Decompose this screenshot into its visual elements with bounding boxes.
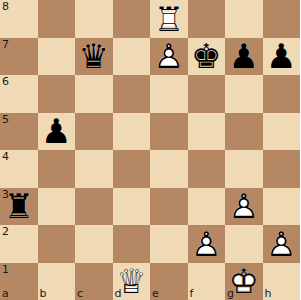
piece-body-layer: ♚ xyxy=(191,39,221,73)
square-a2[interactable]: 2 xyxy=(0,225,38,263)
square-e2[interactable] xyxy=(150,225,188,263)
square-h7[interactable]: ♙♟ xyxy=(263,38,301,76)
black-pawn-g7[interactable]: ♙♟ xyxy=(225,38,263,76)
rank-label-4: 4 xyxy=(2,151,9,162)
file-label-a: a xyxy=(2,288,9,299)
square-e4[interactable] xyxy=(150,150,188,188)
chess-board: 8♜♖7♕♛♟♙♔♚♙♟♙♟65♙♟43♖♜♟♙2♟♙♟♙1abcd♛♕efg♚… xyxy=(0,0,300,300)
square-e3[interactable] xyxy=(150,188,188,226)
piece-body-layer: ♙ xyxy=(229,189,259,223)
square-h2[interactable]: ♟♙ xyxy=(263,225,301,263)
square-c4[interactable] xyxy=(75,150,113,188)
black-pawn-b5[interactable]: ♙♟ xyxy=(38,113,76,151)
square-d1[interactable]: d♛♕ xyxy=(113,263,151,300)
square-f6[interactable] xyxy=(188,75,226,113)
white-rook-e8[interactable]: ♜♖ xyxy=(150,0,188,38)
rank-label-7: 7 xyxy=(2,39,9,50)
square-a6[interactable]: 6 xyxy=(0,75,38,113)
piece-body-layer: ♛ xyxy=(79,39,109,73)
square-d7[interactable] xyxy=(113,38,151,76)
square-e1[interactable]: e xyxy=(150,263,188,300)
piece-body-layer: ♙ xyxy=(266,227,296,261)
square-g1[interactable]: g♚♔ xyxy=(225,263,263,300)
square-g2[interactable] xyxy=(225,225,263,263)
square-h8[interactable] xyxy=(263,0,301,38)
file-label-h: h xyxy=(265,288,272,299)
square-f3[interactable] xyxy=(188,188,226,226)
square-h4[interactable] xyxy=(263,150,301,188)
square-d2[interactable] xyxy=(113,225,151,263)
square-f5[interactable] xyxy=(188,113,226,151)
black-rook-a3[interactable]: ♖♜ xyxy=(0,188,38,226)
square-b7[interactable] xyxy=(38,38,76,76)
file-label-f: f xyxy=(190,288,194,299)
square-h5[interactable] xyxy=(263,113,301,151)
piece-body-layer: ♟ xyxy=(229,39,259,73)
rank-label-6: 6 xyxy=(2,76,9,87)
square-a3[interactable]: 3♖♜ xyxy=(0,188,38,226)
square-c2[interactable] xyxy=(75,225,113,263)
square-f2[interactable]: ♟♙ xyxy=(188,225,226,263)
square-b2[interactable] xyxy=(38,225,76,263)
square-e5[interactable] xyxy=(150,113,188,151)
square-d3[interactable] xyxy=(113,188,151,226)
black-queen-c7[interactable]: ♕♛ xyxy=(75,38,113,76)
square-c3[interactable] xyxy=(75,188,113,226)
square-h1[interactable]: h xyxy=(263,263,301,300)
white-queen-d1[interactable]: ♛♕ xyxy=(113,263,151,300)
piece-body-layer: ♖ xyxy=(154,2,184,36)
piece-body-layer: ♜ xyxy=(4,189,34,223)
square-e7[interactable]: ♟♙ xyxy=(150,38,188,76)
square-f4[interactable] xyxy=(188,150,226,188)
square-b3[interactable] xyxy=(38,188,76,226)
piece-body-layer: ♕ xyxy=(116,264,146,298)
square-e6[interactable] xyxy=(150,75,188,113)
black-pawn-h7[interactable]: ♙♟ xyxy=(263,38,301,76)
square-g5[interactable] xyxy=(225,113,263,151)
piece-body-layer: ♙ xyxy=(154,39,184,73)
square-a4[interactable]: 4 xyxy=(0,150,38,188)
white-pawn-f2[interactable]: ♟♙ xyxy=(188,225,226,263)
square-g7[interactable]: ♙♟ xyxy=(225,38,263,76)
square-d6[interactable] xyxy=(113,75,151,113)
rank-label-5: 5 xyxy=(2,114,9,125)
square-c7[interactable]: ♕♛ xyxy=(75,38,113,76)
square-h3[interactable] xyxy=(263,188,301,226)
square-e8[interactable]: ♜♖ xyxy=(150,0,188,38)
square-g8[interactable] xyxy=(225,0,263,38)
white-pawn-h2[interactable]: ♟♙ xyxy=(263,225,301,263)
square-f8[interactable] xyxy=(188,0,226,38)
square-b8[interactable] xyxy=(38,0,76,38)
square-f7[interactable]: ♔♚ xyxy=(188,38,226,76)
piece-body-layer: ♟ xyxy=(266,39,296,73)
square-f1[interactable]: f xyxy=(188,263,226,300)
square-d8[interactable] xyxy=(113,0,151,38)
square-a5[interactable]: 5 xyxy=(0,113,38,151)
piece-body-layer: ♙ xyxy=(191,227,221,261)
square-a7[interactable]: 7 xyxy=(0,38,38,76)
square-c5[interactable] xyxy=(75,113,113,151)
square-b6[interactable] xyxy=(38,75,76,113)
white-pawn-e7[interactable]: ♟♙ xyxy=(150,38,188,76)
black-king-f7[interactable]: ♔♚ xyxy=(188,38,226,76)
square-a8[interactable]: 8 xyxy=(0,0,38,38)
square-g4[interactable] xyxy=(225,150,263,188)
rank-label-1: 1 xyxy=(2,264,9,275)
square-b4[interactable] xyxy=(38,150,76,188)
square-b5[interactable]: ♙♟ xyxy=(38,113,76,151)
white-king-g1[interactable]: ♚♔ xyxy=(225,263,263,300)
square-h6[interactable] xyxy=(263,75,301,113)
square-c6[interactable] xyxy=(75,75,113,113)
file-label-c: c xyxy=(77,288,83,299)
square-g6[interactable] xyxy=(225,75,263,113)
square-d5[interactable] xyxy=(113,113,151,151)
square-a1[interactable]: 1a xyxy=(0,263,38,300)
square-b1[interactable]: b xyxy=(38,263,76,300)
square-c1[interactable]: c xyxy=(75,263,113,300)
white-pawn-g3[interactable]: ♟♙ xyxy=(225,188,263,226)
piece-body-layer: ♔ xyxy=(229,264,259,298)
file-label-b: b xyxy=(40,288,47,299)
square-g3[interactable]: ♟♙ xyxy=(225,188,263,226)
piece-body-layer: ♟ xyxy=(41,114,71,148)
rank-label-8: 8 xyxy=(2,1,9,12)
square-d4[interactable] xyxy=(113,150,151,188)
rank-label-2: 2 xyxy=(2,226,9,237)
square-c8[interactable] xyxy=(75,0,113,38)
file-label-e: e xyxy=(152,288,159,299)
